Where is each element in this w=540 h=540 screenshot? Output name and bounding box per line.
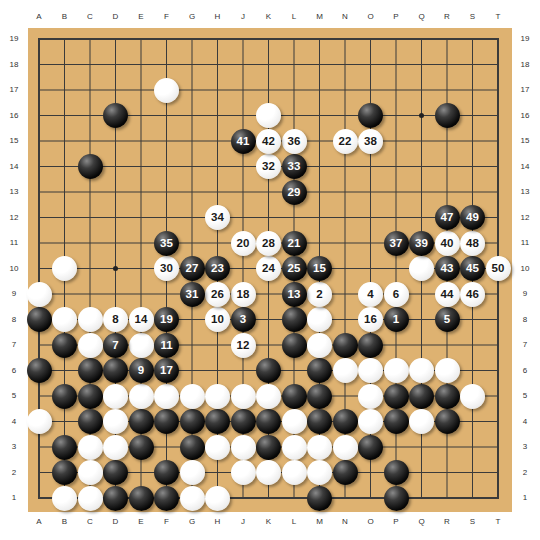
stone-white[interactable] xyxy=(205,435,230,460)
stone-white-move-36[interactable]: 36 xyxy=(282,129,307,154)
stone-black-move-15[interactable]: 15 xyxy=(307,256,332,281)
move-number: 12 xyxy=(237,333,250,358)
stone-white[interactable] xyxy=(333,358,358,383)
coordinate-label: 15 xyxy=(515,137,535,145)
stone-white[interactable] xyxy=(231,384,256,409)
coordinate-label: 9 xyxy=(4,290,24,298)
go-board[interactable]: 1234567891011121314151617181920212223242… xyxy=(28,28,512,512)
coordinate-label: 8 xyxy=(4,316,24,324)
page: { "game": "go", "board": { "size": 19, "… xyxy=(0,0,540,540)
move-number: 6 xyxy=(393,282,399,307)
move-number: 26 xyxy=(211,282,224,307)
stone-black[interactable] xyxy=(78,384,103,409)
coordinate-label: 2 xyxy=(4,469,24,477)
stone-black[interactable] xyxy=(78,409,103,434)
move-number: 31 xyxy=(186,282,199,307)
move-number: 1 xyxy=(393,307,399,332)
coordinate-label: 13 xyxy=(515,188,535,196)
stone-black-move-11[interactable]: 11 xyxy=(154,333,179,358)
move-number: 43 xyxy=(441,256,454,281)
move-number: 8 xyxy=(112,307,118,332)
stone-white[interactable] xyxy=(282,435,307,460)
coordinate-label: T xyxy=(488,13,508,21)
stone-black[interactable] xyxy=(333,409,358,434)
stone-black[interactable] xyxy=(384,460,409,485)
stone-black-move-23[interactable]: 23 xyxy=(205,256,230,281)
stone-black[interactable] xyxy=(282,307,307,332)
coordinate-label: S xyxy=(463,518,483,526)
move-number: 4 xyxy=(367,282,373,307)
stone-white-move-12[interactable]: 12 xyxy=(231,333,256,358)
stone-white[interactable] xyxy=(231,435,256,460)
move-number: 32 xyxy=(262,154,275,179)
stone-black[interactable] xyxy=(154,486,179,511)
stone-white-move-14[interactable]: 14 xyxy=(129,307,154,332)
stone-white[interactable] xyxy=(282,409,307,434)
stone-white[interactable] xyxy=(52,256,77,281)
coordinate-label: F xyxy=(157,518,177,526)
move-number: 23 xyxy=(211,256,224,281)
coordinate-label: D xyxy=(106,13,126,21)
move-number: 11 xyxy=(160,333,172,358)
stone-black-move-25[interactable]: 25 xyxy=(282,256,307,281)
coordinate-label: B xyxy=(55,518,75,526)
stone-black[interactable] xyxy=(78,358,103,383)
stone-black[interactable] xyxy=(129,486,154,511)
stone-black[interactable] xyxy=(103,460,128,485)
stone-black-move-43[interactable]: 43 xyxy=(435,256,460,281)
coordinate-label: P xyxy=(386,13,406,21)
stone-white[interactable] xyxy=(358,409,383,434)
stone-black-move-47[interactable]: 47 xyxy=(435,205,460,230)
coordinate-label: 16 xyxy=(4,112,24,120)
move-number: 5 xyxy=(444,307,450,332)
stone-white[interactable] xyxy=(78,460,103,485)
stone-white[interactable] xyxy=(129,333,154,358)
coordinate-label: M xyxy=(310,518,330,526)
stone-white[interactable] xyxy=(409,409,434,434)
stone-black[interactable] xyxy=(435,384,460,409)
stone-white-move-18[interactable]: 18 xyxy=(231,282,256,307)
stone-black-move-37[interactable]: 37 xyxy=(384,231,409,256)
coordinate-label: 18 xyxy=(515,61,535,69)
stone-black[interactable] xyxy=(27,307,52,332)
stone-black[interactable] xyxy=(307,486,332,511)
coordinate-label: S xyxy=(463,13,483,21)
move-number: 41 xyxy=(237,129,250,154)
stone-white-move-32[interactable]: 32 xyxy=(256,154,281,179)
coordinate-label: E xyxy=(131,13,151,21)
stone-white[interactable] xyxy=(103,409,128,434)
move-number: 16 xyxy=(364,307,377,332)
stone-white-move-24[interactable]: 24 xyxy=(256,256,281,281)
stone-black[interactable] xyxy=(256,358,281,383)
stone-white[interactable] xyxy=(231,460,256,485)
stone-white[interactable] xyxy=(180,486,205,511)
coordinate-label: 10 xyxy=(4,265,24,273)
move-number: 44 xyxy=(441,282,454,307)
stone-black[interactable] xyxy=(256,409,281,434)
coordinate-label: C xyxy=(80,518,100,526)
move-number: 2 xyxy=(316,282,322,307)
stone-white[interactable] xyxy=(384,358,409,383)
stone-white[interactable] xyxy=(78,486,103,511)
move-number: 48 xyxy=(466,231,479,256)
stone-white-move-40[interactable]: 40 xyxy=(435,231,460,256)
stone-black[interactable] xyxy=(52,435,77,460)
stone-black[interactable] xyxy=(307,358,332,383)
coordinate-label: M xyxy=(310,13,330,21)
move-number: 38 xyxy=(364,129,377,154)
stone-white[interactable] xyxy=(358,358,383,383)
coordinate-label: Q xyxy=(412,13,432,21)
coordinate-label: 1 xyxy=(515,494,535,502)
move-number: 21 xyxy=(288,231,301,256)
stone-black[interactable] xyxy=(231,409,256,434)
stone-white-move-4[interactable]: 4 xyxy=(358,282,383,307)
coordinate-label: K xyxy=(259,518,279,526)
coordinate-label: 9 xyxy=(515,290,535,298)
move-number: 24 xyxy=(262,256,275,281)
move-number: 28 xyxy=(262,231,275,256)
coordinate-label: 16 xyxy=(515,112,535,120)
coordinate-label: 12 xyxy=(4,214,24,222)
coordinate-label: G xyxy=(182,518,202,526)
stone-black[interactable] xyxy=(409,384,434,409)
move-number: 18 xyxy=(237,282,250,307)
move-number: 35 xyxy=(160,231,173,256)
stone-white[interactable] xyxy=(154,384,179,409)
coordinate-label: G xyxy=(182,13,202,21)
coordinate-label: 3 xyxy=(515,443,535,451)
stone-white-move-16[interactable]: 16 xyxy=(358,307,383,332)
stone-black[interactable] xyxy=(52,460,77,485)
coordinate-label: 13 xyxy=(4,188,24,196)
stone-black[interactable] xyxy=(282,384,307,409)
move-number: 3 xyxy=(240,307,246,332)
stone-white-move-38[interactable]: 38 xyxy=(358,129,383,154)
stone-white-move-44[interactable]: 44 xyxy=(435,282,460,307)
stone-black-move-13[interactable]: 13 xyxy=(282,282,307,307)
stone-white-move-2[interactable]: 2 xyxy=(307,282,332,307)
stone-black-move-9[interactable]: 9 xyxy=(129,358,154,383)
stone-black[interactable] xyxy=(307,384,332,409)
stone-white[interactable] xyxy=(307,435,332,460)
move-number: 15 xyxy=(313,256,326,281)
stone-white[interactable] xyxy=(358,384,383,409)
move-number: 25 xyxy=(288,256,301,281)
move-number: 42 xyxy=(262,129,275,154)
coordinate-label: R xyxy=(437,13,457,21)
stone-white[interactable] xyxy=(256,103,281,128)
move-number: 40 xyxy=(441,231,454,256)
stone-black[interactable] xyxy=(205,409,230,434)
move-number: 47 xyxy=(441,205,454,230)
coordinate-label: 17 xyxy=(4,86,24,94)
stone-black-move-7[interactable]: 7 xyxy=(103,333,128,358)
move-number: 29 xyxy=(288,180,301,205)
stone-black[interactable] xyxy=(307,409,332,434)
coordinate-label: P xyxy=(386,518,406,526)
stone-black[interactable] xyxy=(384,409,409,434)
coordinate-label: 6 xyxy=(515,367,535,375)
coordinate-label: A xyxy=(29,13,49,21)
coordinate-label: 5 xyxy=(515,392,535,400)
stone-black[interactable] xyxy=(435,409,460,434)
coordinate-label: L xyxy=(284,518,304,526)
stone-black[interactable] xyxy=(154,460,179,485)
move-number: 14 xyxy=(135,307,148,332)
move-number: 34 xyxy=(211,205,224,230)
stone-white[interactable] xyxy=(256,460,281,485)
stone-white[interactable] xyxy=(180,460,205,485)
stone-black[interactable] xyxy=(358,333,383,358)
stone-black-move-19[interactable]: 19 xyxy=(154,307,179,332)
stone-white[interactable] xyxy=(307,333,332,358)
coordinate-label: H xyxy=(208,13,228,21)
coordinate-label: 7 xyxy=(4,341,24,349)
stone-black-move-17[interactable]: 17 xyxy=(154,358,179,383)
stone-white[interactable] xyxy=(409,256,434,281)
stone-black[interactable] xyxy=(129,435,154,460)
coordinate-label: 11 xyxy=(4,239,24,247)
stone-white[interactable] xyxy=(78,333,103,358)
stone-black[interactable] xyxy=(333,333,358,358)
star-point xyxy=(419,113,424,118)
coordinate-label: 7 xyxy=(515,341,535,349)
coordinate-label: F xyxy=(157,13,177,21)
stone-black-move-33[interactable]: 33 xyxy=(282,154,307,179)
stone-white-move-28[interactable]: 28 xyxy=(256,231,281,256)
coordinate-label: N xyxy=(335,518,355,526)
stone-white[interactable] xyxy=(27,409,52,434)
stone-black[interactable] xyxy=(129,409,154,434)
stone-white-move-34[interactable]: 34 xyxy=(205,205,230,230)
coordinate-label: 17 xyxy=(515,86,535,94)
stone-black[interactable] xyxy=(358,435,383,460)
coordinate-label: 18 xyxy=(4,61,24,69)
stone-white[interactable] xyxy=(333,435,358,460)
stone-white[interactable] xyxy=(307,307,332,332)
stone-white-move-30[interactable]: 30 xyxy=(154,256,179,281)
coordinate-label: 10 xyxy=(515,265,535,273)
move-number: 46 xyxy=(466,282,479,307)
stone-white[interactable] xyxy=(78,307,103,332)
stone-white[interactable] xyxy=(282,460,307,485)
move-number: 39 xyxy=(415,231,428,256)
stone-white[interactable] xyxy=(27,282,52,307)
coordinate-label: H xyxy=(208,518,228,526)
stone-white-move-42[interactable]: 42 xyxy=(256,129,281,154)
stone-black[interactable] xyxy=(282,333,307,358)
stone-white[interactable] xyxy=(307,460,332,485)
coordinate-label: 8 xyxy=(515,316,535,324)
stone-black-move-3[interactable]: 3 xyxy=(231,307,256,332)
coordinate-label: C xyxy=(80,13,100,21)
stone-white[interactable] xyxy=(103,384,128,409)
move-number: 45 xyxy=(466,256,479,281)
coordinate-label: L xyxy=(284,13,304,21)
coordinate-label: J xyxy=(233,518,253,526)
move-number: 19 xyxy=(160,307,173,332)
stone-black-move-1[interactable]: 1 xyxy=(384,307,409,332)
coordinate-label: 6 xyxy=(4,367,24,375)
move-number: 49 xyxy=(466,205,479,230)
stone-black-move-45[interactable]: 45 xyxy=(460,256,485,281)
stone-white-move-50[interactable]: 50 xyxy=(486,256,511,281)
coordinate-label: 12 xyxy=(515,214,535,222)
coordinate-label: N xyxy=(335,13,355,21)
stone-white-move-46[interactable]: 46 xyxy=(460,282,485,307)
move-number: 17 xyxy=(160,358,173,383)
coordinate-label: 15 xyxy=(4,137,24,145)
stone-white-move-8[interactable]: 8 xyxy=(103,307,128,332)
coordinate-label: Q xyxy=(412,518,432,526)
stone-black[interactable] xyxy=(78,154,103,179)
move-number: 27 xyxy=(186,256,199,281)
stone-black[interactable] xyxy=(384,384,409,409)
stone-black[interactable] xyxy=(52,333,77,358)
coordinate-label: 5 xyxy=(4,392,24,400)
stone-white-move-6[interactable]: 6 xyxy=(384,282,409,307)
stone-white[interactable] xyxy=(129,384,154,409)
move-number: 20 xyxy=(237,231,250,256)
stone-white-move-26[interactable]: 26 xyxy=(205,282,230,307)
coordinate-label: 2 xyxy=(515,469,535,477)
move-number: 36 xyxy=(288,129,301,154)
coordinate-label: K xyxy=(259,13,279,21)
star-point xyxy=(113,266,118,271)
stone-white[interactable] xyxy=(205,486,230,511)
stone-black-move-39[interactable]: 39 xyxy=(409,231,434,256)
coordinate-label: E xyxy=(131,518,151,526)
stone-white[interactable] xyxy=(103,435,128,460)
stone-black[interactable] xyxy=(435,103,460,128)
stone-white[interactable] xyxy=(52,486,77,511)
stone-black-move-41[interactable]: 41 xyxy=(231,129,256,154)
stone-black[interactable] xyxy=(27,358,52,383)
stone-black[interactable] xyxy=(180,409,205,434)
stone-white-move-22[interactable]: 22 xyxy=(333,129,358,154)
coordinate-label: 14 xyxy=(515,163,535,171)
coordinate-label: O xyxy=(361,518,381,526)
coordinate-label: 19 xyxy=(515,35,535,43)
move-number: 37 xyxy=(390,231,403,256)
move-number: 9 xyxy=(138,358,144,383)
stone-white[interactable] xyxy=(154,78,179,103)
stone-white[interactable] xyxy=(256,384,281,409)
stone-white[interactable] xyxy=(460,384,485,409)
coordinate-label: A xyxy=(29,518,49,526)
move-number: 13 xyxy=(288,282,301,307)
move-number: 30 xyxy=(160,256,173,281)
stone-black[interactable] xyxy=(52,384,77,409)
stone-black-move-27[interactable]: 27 xyxy=(180,256,205,281)
move-number: 22 xyxy=(339,129,352,154)
stone-black[interactable] xyxy=(103,358,128,383)
stone-black[interactable] xyxy=(256,435,281,460)
coordinate-label: 11 xyxy=(515,239,535,247)
stone-black[interactable] xyxy=(154,409,179,434)
stone-white-move-20[interactable]: 20 xyxy=(231,231,256,256)
move-number: 50 xyxy=(492,256,505,281)
stone-white[interactable] xyxy=(435,358,460,383)
move-number: 10 xyxy=(211,307,224,332)
stone-black-move-31[interactable]: 31 xyxy=(180,282,205,307)
stone-black-move-5[interactable]: 5 xyxy=(435,307,460,332)
stone-white[interactable] xyxy=(52,307,77,332)
coordinate-label: R xyxy=(437,518,457,526)
coordinate-label: D xyxy=(106,518,126,526)
move-number: 33 xyxy=(288,154,301,179)
stone-black[interactable] xyxy=(358,103,383,128)
coordinate-label: O xyxy=(361,13,381,21)
coordinate-label: J xyxy=(233,13,253,21)
move-number: 7 xyxy=(112,333,118,358)
stone-black-move-49[interactable]: 49 xyxy=(460,205,485,230)
stone-black[interactable] xyxy=(333,460,358,485)
stone-white-move-48[interactable]: 48 xyxy=(460,231,485,256)
stone-white[interactable] xyxy=(78,435,103,460)
stone-black[interactable] xyxy=(180,435,205,460)
stone-black-move-21[interactable]: 21 xyxy=(282,231,307,256)
stone-white-move-10[interactable]: 10 xyxy=(205,307,230,332)
coordinate-label: 4 xyxy=(515,418,535,426)
stone-white[interactable] xyxy=(205,384,230,409)
stone-white[interactable] xyxy=(180,384,205,409)
coordinate-label: T xyxy=(488,518,508,526)
stone-black-move-35[interactable]: 35 xyxy=(154,231,179,256)
coordinate-label: 4 xyxy=(4,418,24,426)
stone-black-move-29[interactable]: 29 xyxy=(282,180,307,205)
coordinate-label: 1 xyxy=(4,494,24,502)
coordinate-label: 3 xyxy=(4,443,24,451)
stone-white[interactable] xyxy=(409,358,434,383)
coordinate-label: B xyxy=(55,13,75,21)
coordinate-label: 14 xyxy=(4,163,24,171)
coordinate-label: 19 xyxy=(4,35,24,43)
stone-black[interactable] xyxy=(103,486,128,511)
stone-black[interactable] xyxy=(384,486,409,511)
stone-black[interactable] xyxy=(103,103,128,128)
